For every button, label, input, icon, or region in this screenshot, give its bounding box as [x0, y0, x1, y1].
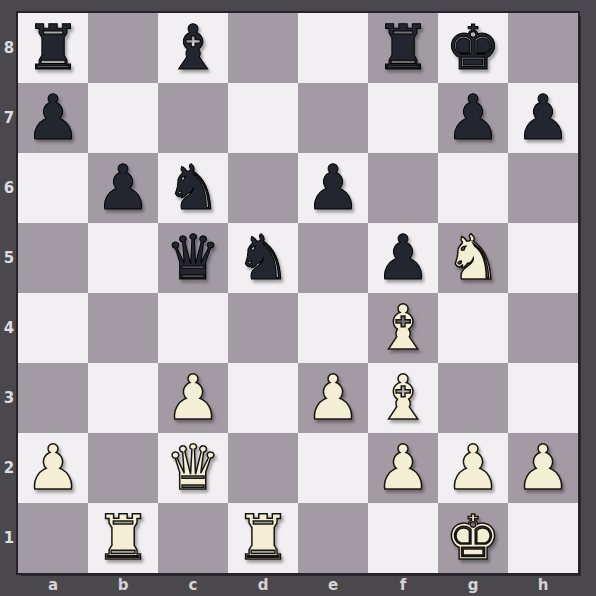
square-c7[interactable]	[158, 83, 228, 153]
piece-white-pawn-g2: ♟	[445, 433, 501, 503]
piece-white-pawn-f2: ♟	[375, 433, 431, 503]
square-h7[interactable]: ♟	[508, 83, 578, 153]
square-g5[interactable]: ♞	[438, 223, 508, 293]
square-h6[interactable]	[508, 153, 578, 223]
square-f3[interactable]: ♝	[368, 363, 438, 433]
file-label-c: c	[158, 574, 228, 596]
square-b1[interactable]: ♜	[88, 503, 158, 573]
piece-white-king-g1: ♚	[445, 503, 501, 573]
square-a8[interactable]: ♜	[18, 13, 88, 83]
piece-black-pawn-g7: ♟	[445, 83, 501, 153]
square-e5[interactable]	[298, 223, 368, 293]
square-g4[interactable]	[438, 293, 508, 363]
square-e7[interactable]	[298, 83, 368, 153]
square-a5[interactable]	[18, 223, 88, 293]
square-f2[interactable]: ♟	[368, 433, 438, 503]
piece-white-pawn-c3: ♟	[165, 363, 221, 433]
piece-white-rook-d1: ♜	[235, 503, 291, 573]
square-e1[interactable]	[298, 503, 368, 573]
piece-white-knight-g5: ♞	[445, 223, 501, 293]
square-f1[interactable]	[368, 503, 438, 573]
square-h2[interactable]: ♟	[508, 433, 578, 503]
piece-black-pawn-f5: ♟	[375, 223, 431, 293]
square-c2[interactable]: ♛	[158, 433, 228, 503]
rank-label-5: 5	[0, 223, 18, 293]
square-c5[interactable]: ♛	[158, 223, 228, 293]
file-label-e: e	[298, 574, 368, 596]
rank-label-3: 3	[0, 363, 18, 433]
square-e2[interactable]	[298, 433, 368, 503]
piece-white-bishop-f3: ♝	[375, 363, 431, 433]
chessboard-frame: ♜♝♜♚♟♟♟♟♞♟♛♞♟♞♝♟♟♝♟♛♟♟♟♜♜♚ 87654321 abcd…	[0, 0, 596, 596]
square-h4[interactable]	[508, 293, 578, 363]
piece-white-bishop-f4: ♝	[375, 293, 431, 363]
piece-black-queen-c5: ♛	[165, 223, 221, 293]
piece-white-pawn-h2: ♟	[515, 433, 571, 503]
square-b7[interactable]	[88, 83, 158, 153]
piece-black-pawn-e6: ♟	[305, 153, 361, 223]
square-d6[interactable]	[228, 153, 298, 223]
square-h3[interactable]	[508, 363, 578, 433]
square-b6[interactable]: ♟	[88, 153, 158, 223]
square-a7[interactable]: ♟	[18, 83, 88, 153]
piece-black-pawn-a7: ♟	[25, 83, 81, 153]
rank-label-4: 4	[0, 293, 18, 363]
square-h8[interactable]	[508, 13, 578, 83]
file-label-f: f	[368, 574, 438, 596]
square-a6[interactable]	[18, 153, 88, 223]
square-c8[interactable]: ♝	[158, 13, 228, 83]
piece-black-knight-d5: ♞	[235, 223, 291, 293]
file-label-g: g	[438, 574, 508, 596]
square-e8[interactable]	[298, 13, 368, 83]
square-g6[interactable]	[438, 153, 508, 223]
square-d3[interactable]	[228, 363, 298, 433]
rank-label-8: 8	[0, 13, 18, 83]
piece-white-queen-c2: ♛	[165, 433, 221, 503]
square-b5[interactable]	[88, 223, 158, 293]
square-c6[interactable]: ♞	[158, 153, 228, 223]
square-e6[interactable]: ♟	[298, 153, 368, 223]
square-d5[interactable]: ♞	[228, 223, 298, 293]
square-g3[interactable]	[438, 363, 508, 433]
square-f7[interactable]	[368, 83, 438, 153]
square-c3[interactable]: ♟	[158, 363, 228, 433]
rank-label-2: 2	[0, 433, 18, 503]
piece-black-rook-f8: ♜	[375, 13, 431, 83]
square-b3[interactable]	[88, 363, 158, 433]
file-label-d: d	[228, 574, 298, 596]
rank-label-7: 7	[0, 83, 18, 153]
piece-white-pawn-e3: ♟	[305, 363, 361, 433]
square-h1[interactable]	[508, 503, 578, 573]
file-label-b: b	[88, 574, 158, 596]
square-a4[interactable]	[18, 293, 88, 363]
chessboard: ♜♝♜♚♟♟♟♟♞♟♛♞♟♞♝♟♟♝♟♛♟♟♟♜♜♚	[18, 13, 578, 573]
piece-white-rook-b1: ♜	[95, 503, 151, 573]
square-d2[interactable]	[228, 433, 298, 503]
square-g1[interactable]: ♚	[438, 503, 508, 573]
square-g8[interactable]: ♚	[438, 13, 508, 83]
square-b2[interactable]	[88, 433, 158, 503]
square-f8[interactable]: ♜	[368, 13, 438, 83]
piece-black-knight-c6: ♞	[165, 153, 221, 223]
piece-black-king-g8: ♚	[445, 13, 501, 83]
square-b4[interactable]	[88, 293, 158, 363]
square-d1[interactable]: ♜	[228, 503, 298, 573]
square-f4[interactable]: ♝	[368, 293, 438, 363]
square-d7[interactable]	[228, 83, 298, 153]
rank-label-6: 6	[0, 153, 18, 223]
square-d8[interactable]	[228, 13, 298, 83]
square-c1[interactable]	[158, 503, 228, 573]
rank-label-1: 1	[0, 503, 18, 573]
piece-white-pawn-a2: ♟	[25, 433, 81, 503]
square-a2[interactable]: ♟	[18, 433, 88, 503]
piece-black-bishop-c8: ♝	[165, 13, 221, 83]
piece-black-pawn-h7: ♟	[515, 83, 571, 153]
piece-black-rook-a8: ♜	[25, 13, 81, 83]
piece-black-pawn-b6: ♟	[95, 153, 151, 223]
square-a1[interactable]	[18, 503, 88, 573]
square-f6[interactable]	[368, 153, 438, 223]
square-b8[interactable]	[88, 13, 158, 83]
square-d4[interactable]	[228, 293, 298, 363]
square-e3[interactable]: ♟	[298, 363, 368, 433]
square-c4[interactable]	[158, 293, 228, 363]
square-g2[interactable]: ♟	[438, 433, 508, 503]
file-label-h: h	[508, 574, 578, 596]
square-h5[interactable]	[508, 223, 578, 293]
square-f5[interactable]: ♟	[368, 223, 438, 293]
square-a3[interactable]	[18, 363, 88, 433]
file-label-a: a	[18, 574, 88, 596]
square-e4[interactable]	[298, 293, 368, 363]
square-g7[interactable]: ♟	[438, 83, 508, 153]
